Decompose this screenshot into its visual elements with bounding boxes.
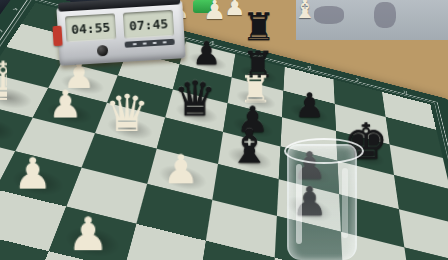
- coord-rank-label: 8: [403, 90, 408, 95]
- piece-white-pawn[interactable]: ♟: [162, 149, 198, 189]
- glass-rim: [284, 138, 364, 164]
- coord-rank-label: 5: [258, 53, 263, 58]
- chess-clock[interactable]: 04:55 07:45: [56, 0, 185, 66]
- piece-white-pawn[interactable]: ♟: [48, 85, 82, 123]
- piece-white-queen[interactable]: ♛: [104, 88, 150, 139]
- clock-display-right: 07:45: [123, 10, 174, 39]
- clock-logo-dot: [97, 45, 109, 57]
- coord-file-label: b: [0, 29, 4, 34]
- clock-red-tab: [52, 26, 62, 47]
- piece-white-pawn[interactable]: ♟: [13, 152, 52, 195]
- piece-black-pawn[interactable]: ♟: [192, 37, 221, 69]
- scene: ♟♜♝♜♟♟♛♟♚♚♟♛♝♟♜♟♟♟♟ 12345678abcdefgh ♞♟♟…: [0, 0, 448, 260]
- coord-rank-label: 6: [307, 65, 311, 70]
- coord-rank-label: 7: [355, 78, 360, 83]
- piece-white-king[interactable]: ♚: [0, 54, 27, 108]
- coord-file-label: a: [12, 7, 19, 11]
- clock-display-left: 04:55: [65, 13, 116, 42]
- piece-white-pawn[interactable]: ♟: [67, 211, 108, 257]
- water-glass: [284, 138, 360, 260]
- piece-black-pawn[interactable]: ♟: [294, 89, 324, 123]
- piece-black-bishop[interactable]: ♝: [228, 123, 270, 170]
- square-d3[interactable]: ♛: [95, 103, 165, 149]
- clock-buttons[interactable]: [125, 39, 175, 48]
- piece-white-rook[interactable]: ♜: [0, 96, 3, 141]
- glass-highlight: [296, 164, 302, 244]
- glass-highlight: [342, 168, 348, 238]
- piece-black-queen[interactable]: ♛: [173, 75, 216, 123]
